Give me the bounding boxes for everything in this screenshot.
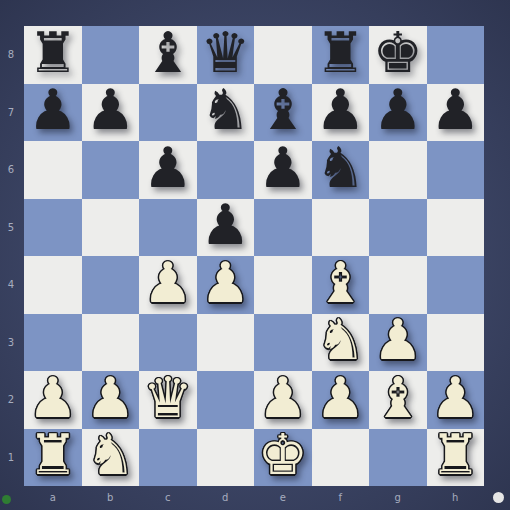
chess-board: ♜♝♛♜♚♟♟♞♝♟♟♟♟♟♞♟♟♟♝♞♟♟♟♛♟♟♝♟♜♞♚♜ bbox=[24, 26, 484, 486]
square-g2[interactable]: ♝ bbox=[369, 371, 427, 429]
square-c7[interactable] bbox=[139, 84, 197, 142]
file-labels: a b c d e f g h bbox=[24, 486, 484, 508]
square-e7[interactable]: ♝ bbox=[254, 84, 312, 142]
piece-black-pawn-d5[interactable]: ♟ bbox=[200, 197, 250, 253]
piece-white-pawn-b2[interactable]: ♟ bbox=[85, 370, 135, 426]
piece-black-pawn-e6[interactable]: ♟ bbox=[258, 140, 308, 196]
file-label-a: a bbox=[24, 486, 82, 508]
white-to-move-dot-icon bbox=[493, 492, 504, 503]
square-e6[interactable]: ♟ bbox=[254, 141, 312, 199]
square-d7[interactable]: ♞ bbox=[197, 84, 255, 142]
piece-black-knight-f6[interactable]: ♞ bbox=[315, 140, 365, 196]
file-label-c: c bbox=[139, 486, 197, 508]
square-b1[interactable]: ♞ bbox=[82, 429, 140, 487]
square-e8[interactable] bbox=[254, 26, 312, 84]
square-d8[interactable]: ♛ bbox=[197, 26, 255, 84]
chess-board-frame: 8 7 6 5 4 3 2 1 ♜♝♛♜♚♟♟♞♝♟♟♟♟♟♞♟♟♟♝♞♟♟♟♛… bbox=[0, 0, 510, 510]
piece-white-pawn-f2[interactable]: ♟ bbox=[315, 370, 365, 426]
piece-black-pawn-h7[interactable]: ♟ bbox=[430, 82, 480, 138]
piece-black-pawn-b7[interactable]: ♟ bbox=[85, 82, 135, 138]
square-g5[interactable] bbox=[369, 199, 427, 257]
square-b2[interactable]: ♟ bbox=[82, 371, 140, 429]
square-e2[interactable]: ♟ bbox=[254, 371, 312, 429]
square-h4[interactable] bbox=[427, 256, 485, 314]
piece-white-knight-f3[interactable]: ♞ bbox=[315, 312, 365, 368]
square-d2[interactable] bbox=[197, 371, 255, 429]
piece-black-rook-a8[interactable]: ♜ bbox=[28, 25, 78, 81]
square-f2[interactable]: ♟ bbox=[312, 371, 370, 429]
square-g6[interactable] bbox=[369, 141, 427, 199]
square-b3[interactable] bbox=[82, 314, 140, 372]
piece-white-rook-a1[interactable]: ♜ bbox=[28, 427, 78, 483]
square-g4[interactable] bbox=[369, 256, 427, 314]
piece-white-pawn-a2[interactable]: ♟ bbox=[28, 370, 78, 426]
piece-white-pawn-g3[interactable]: ♟ bbox=[373, 312, 423, 368]
square-c1[interactable] bbox=[139, 429, 197, 487]
square-e1[interactable]: ♚ bbox=[254, 429, 312, 487]
piece-black-bishop-e7[interactable]: ♝ bbox=[258, 82, 308, 138]
square-f4[interactable]: ♝ bbox=[312, 256, 370, 314]
piece-black-pawn-c6[interactable]: ♟ bbox=[143, 140, 193, 196]
square-f5[interactable] bbox=[312, 199, 370, 257]
rank-label-8: 8 bbox=[0, 26, 22, 84]
square-c8[interactable]: ♝ bbox=[139, 26, 197, 84]
piece-white-knight-b1[interactable]: ♞ bbox=[85, 427, 135, 483]
square-a7[interactable]: ♟ bbox=[24, 84, 82, 142]
square-h6[interactable] bbox=[427, 141, 485, 199]
piece-black-rook-f8[interactable]: ♜ bbox=[315, 25, 365, 81]
square-b6[interactable] bbox=[82, 141, 140, 199]
square-b5[interactable] bbox=[82, 199, 140, 257]
square-h5[interactable] bbox=[427, 199, 485, 257]
square-c4[interactable]: ♟ bbox=[139, 256, 197, 314]
square-d4[interactable]: ♟ bbox=[197, 256, 255, 314]
square-a1[interactable]: ♜ bbox=[24, 429, 82, 487]
file-label-h: h bbox=[427, 486, 485, 508]
green-status-dot-icon bbox=[2, 495, 11, 504]
square-h1[interactable]: ♜ bbox=[427, 429, 485, 487]
square-g8[interactable]: ♚ bbox=[369, 26, 427, 84]
piece-white-king-e1[interactable]: ♚ bbox=[258, 427, 308, 483]
square-c2[interactable]: ♛ bbox=[139, 371, 197, 429]
square-a6[interactable] bbox=[24, 141, 82, 199]
square-e4[interactable] bbox=[254, 256, 312, 314]
piece-white-rook-h1[interactable]: ♜ bbox=[430, 427, 480, 483]
square-a5[interactable] bbox=[24, 199, 82, 257]
piece-black-pawn-g7[interactable]: ♟ bbox=[373, 82, 423, 138]
piece-black-knight-d7[interactable]: ♞ bbox=[200, 82, 250, 138]
square-g7[interactable]: ♟ bbox=[369, 84, 427, 142]
rank-label-2: 2 bbox=[0, 371, 22, 429]
square-b7[interactable]: ♟ bbox=[82, 84, 140, 142]
square-d1[interactable] bbox=[197, 429, 255, 487]
piece-black-bishop-c8[interactable]: ♝ bbox=[143, 25, 193, 81]
rank-label-6: 6 bbox=[0, 141, 22, 199]
rank-label-4: 4 bbox=[0, 256, 22, 314]
square-h2[interactable]: ♟ bbox=[427, 371, 485, 429]
square-f8[interactable]: ♜ bbox=[312, 26, 370, 84]
square-g3[interactable]: ♟ bbox=[369, 314, 427, 372]
square-e3[interactable] bbox=[254, 314, 312, 372]
piece-black-pawn-a7[interactable]: ♟ bbox=[28, 82, 78, 138]
square-a2[interactable]: ♟ bbox=[24, 371, 82, 429]
piece-white-pawn-h2[interactable]: ♟ bbox=[430, 370, 480, 426]
piece-white-pawn-e2[interactable]: ♟ bbox=[258, 370, 308, 426]
square-a8[interactable]: ♜ bbox=[24, 26, 82, 84]
piece-black-pawn-f7[interactable]: ♟ bbox=[315, 82, 365, 138]
rank-labels: 8 7 6 5 4 3 2 1 bbox=[0, 26, 22, 486]
square-d3[interactable] bbox=[197, 314, 255, 372]
rank-label-3: 3 bbox=[0, 314, 22, 372]
square-g1[interactable] bbox=[369, 429, 427, 487]
square-b4[interactable] bbox=[82, 256, 140, 314]
file-label-b: b bbox=[82, 486, 140, 508]
file-label-f: f bbox=[312, 486, 370, 508]
piece-white-bishop-f4[interactable]: ♝ bbox=[315, 255, 365, 311]
square-d6[interactable] bbox=[197, 141, 255, 199]
square-c3[interactable] bbox=[139, 314, 197, 372]
square-f3[interactable]: ♞ bbox=[312, 314, 370, 372]
square-b8[interactable] bbox=[82, 26, 140, 84]
square-c5[interactable] bbox=[139, 199, 197, 257]
square-f6[interactable]: ♞ bbox=[312, 141, 370, 199]
file-label-e: e bbox=[254, 486, 312, 508]
piece-black-king-g8[interactable]: ♚ bbox=[373, 25, 423, 81]
square-f1[interactable] bbox=[312, 429, 370, 487]
piece-black-queen-d8[interactable]: ♛ bbox=[200, 25, 250, 81]
square-a3[interactable] bbox=[24, 314, 82, 372]
piece-white-queen-c2[interactable]: ♛ bbox=[143, 370, 193, 426]
piece-white-pawn-c4[interactable]: ♟ bbox=[143, 255, 193, 311]
piece-white-bishop-g2[interactable]: ♝ bbox=[373, 370, 423, 426]
square-a4[interactable] bbox=[24, 256, 82, 314]
square-e5[interactable] bbox=[254, 199, 312, 257]
square-d5[interactable]: ♟ bbox=[197, 199, 255, 257]
square-h7[interactable]: ♟ bbox=[427, 84, 485, 142]
square-c6[interactable]: ♟ bbox=[139, 141, 197, 199]
square-f7[interactable]: ♟ bbox=[312, 84, 370, 142]
rank-label-1: 1 bbox=[0, 429, 22, 487]
file-label-d: d bbox=[197, 486, 255, 508]
square-h3[interactable] bbox=[427, 314, 485, 372]
file-label-g: g bbox=[369, 486, 427, 508]
piece-white-pawn-d4[interactable]: ♟ bbox=[200, 255, 250, 311]
square-h8[interactable] bbox=[427, 26, 485, 84]
rank-label-5: 5 bbox=[0, 199, 22, 257]
rank-label-7: 7 bbox=[0, 84, 22, 142]
